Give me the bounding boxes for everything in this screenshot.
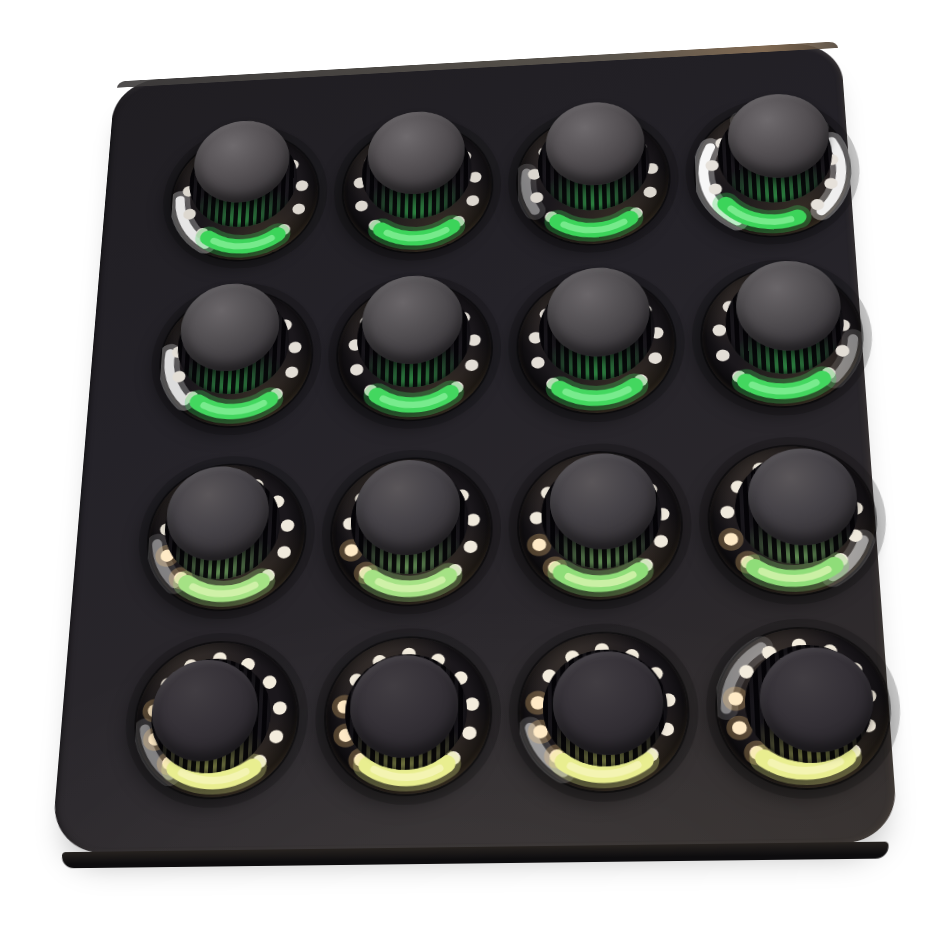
encoder-knob-r1c3[interactable] — [518, 113, 671, 248]
encoder-knob-r3c3[interactable] — [519, 450, 684, 602]
encoder-knob-r1c2[interactable] — [341, 122, 491, 256]
knob-grid — [51, 41, 899, 853]
encoder-knob-r2c2[interactable] — [336, 281, 491, 422]
midi-controller — [40, 0, 897, 851]
encoder-knob-r4c3[interactable] — [519, 632, 690, 793]
encoder-knob-r1c1[interactable] — [168, 131, 320, 264]
encoder-knob-r3c4[interactable] — [707, 444, 881, 597]
encoder-knob-r2c1[interactable] — [157, 289, 314, 429]
encoder-knob-r4c2[interactable] — [323, 636, 490, 795]
encoder-knob-r1c4[interactable] — [693, 103, 854, 239]
encoder-knob-r3c2[interactable] — [330, 456, 491, 606]
encoder-knob-r4c4[interactable] — [714, 627, 895, 790]
encoder-knob-r2c4[interactable] — [700, 265, 867, 409]
encoder-knob-r3c1[interactable] — [144, 463, 307, 612]
encoder-knob-r2c3[interactable] — [518, 273, 677, 416]
controller-panel — [51, 41, 899, 853]
encoder-knob-r4c1[interactable] — [131, 641, 300, 799]
photo-canvas — [0, 0, 930, 930]
